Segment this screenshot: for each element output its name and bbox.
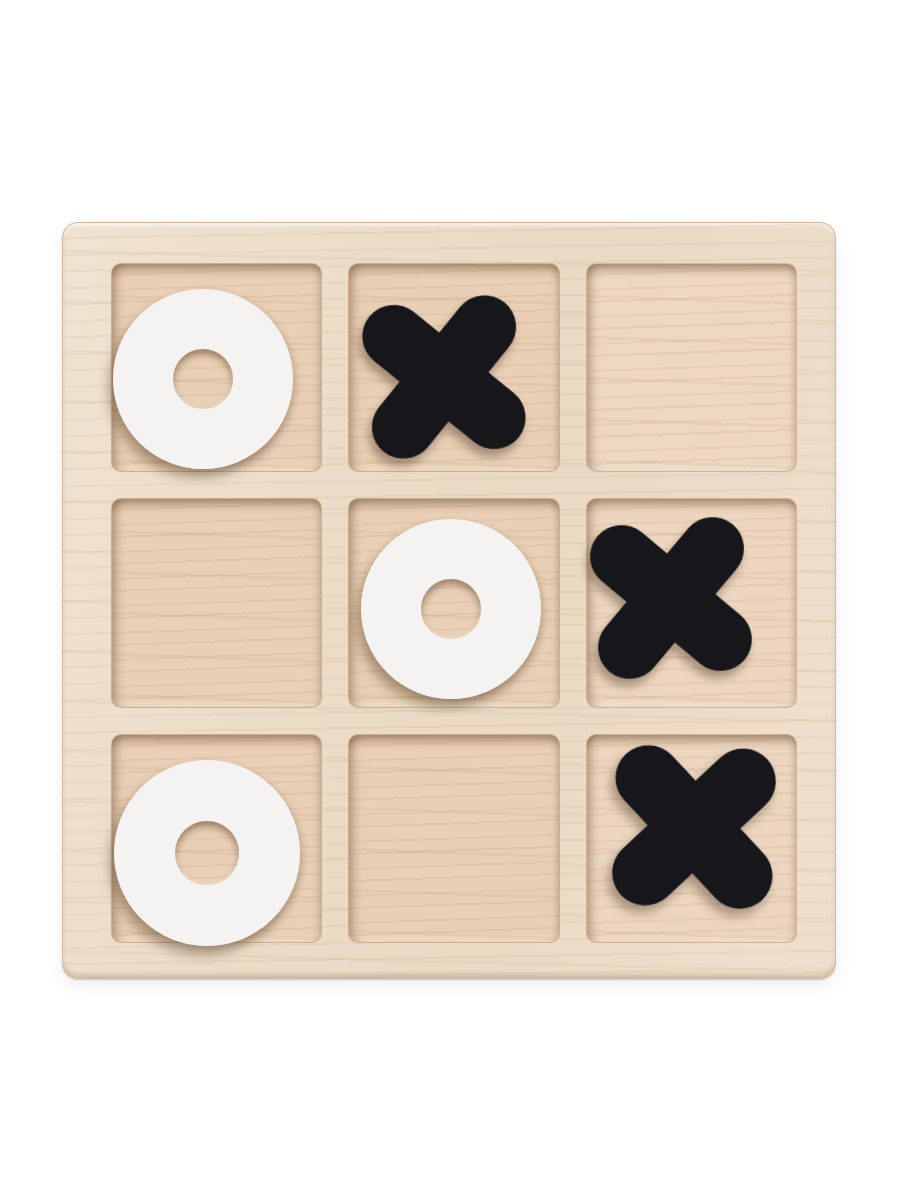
cell-r2c0[interactable]: [111, 734, 322, 943]
o-piece[interactable]: [113, 289, 293, 469]
product-photo: [0, 0, 900, 1200]
cell-r0c2[interactable]: [586, 263, 797, 472]
cell-r2c1[interactable]: [348, 734, 559, 943]
cell-r1c0[interactable]: [111, 498, 322, 707]
x-piece[interactable]: [345, 278, 543, 476]
tic-tac-toe-board: [62, 222, 836, 978]
o-piece[interactable]: [114, 760, 300, 946]
cell-r1c1[interactable]: [348, 498, 559, 707]
board-grid: [111, 263, 797, 943]
cell-r1c2[interactable]: [586, 498, 797, 707]
cell-r2c2[interactable]: [586, 734, 797, 943]
x-piece[interactable]: [598, 731, 792, 925]
cell-r0c0[interactable]: [111, 263, 322, 472]
cell-r0c1[interactable]: [348, 263, 559, 472]
x-piece[interactable]: [574, 500, 769, 695]
o-piece[interactable]: [361, 519, 541, 699]
